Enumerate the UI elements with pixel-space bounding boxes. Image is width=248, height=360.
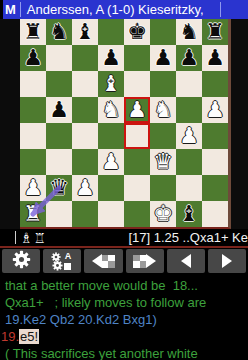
square-d8[interactable] <box>98 19 124 45</box>
status-bar: ♗♖ [17] 1.25 ..Qxa1+ Ke <box>0 229 248 248</box>
square-g7[interactable]: ♟ <box>176 45 202 71</box>
notation-comment: ( This sacrifices yet another white <box>5 346 198 360</box>
square-g8[interactable]: ♞ <box>176 19 202 45</box>
piece-wp-a2: ♟ <box>23 175 43 201</box>
piece-wp-e5: ♟ <box>127 97 147 123</box>
square-a1[interactable]: ♜ <box>20 201 46 227</box>
square-h5[interactable]: ♟ <box>202 97 228 123</box>
arrow-left-board-icon <box>92 254 115 268</box>
captured-piece-glyph: ♖ <box>34 230 47 246</box>
square-a8[interactable]: ♜ <box>20 19 46 45</box>
board-left-gutter <box>0 19 20 229</box>
piece-bn-b8: ♞ <box>49 19 69 45</box>
analysis-square-glyph <box>64 263 71 270</box>
square-e2[interactable] <box>124 175 150 201</box>
square-c2[interactable]: ♟ <box>72 175 98 201</box>
square-h8[interactable]: ♜ <box>202 19 228 45</box>
piece-bq-b2: ♛ <box>49 175 69 201</box>
notation-area: that a better move would be 18...Qxa1+ ;… <box>0 274 248 360</box>
square-b8[interactable]: ♞ <box>46 19 72 45</box>
piece-wp-c2: ♟ <box>75 175 95 201</box>
square-d2[interactable] <box>98 175 124 201</box>
square-f5[interactable]: ♞ <box>150 97 176 123</box>
square-c7[interactable] <box>72 45 98 71</box>
square-b2[interactable]: ♛ <box>46 175 72 201</box>
piece-wp-d3: ♟ <box>101 149 121 175</box>
piece-wp-g4: ♟ <box>179 123 199 149</box>
board-arrow-right-icon <box>133 254 156 268</box>
titlebar-divider-right <box>220 2 221 17</box>
square-a2[interactable]: ♟ <box>20 175 46 201</box>
piece-bp-b5: ♟ <box>49 97 69 123</box>
square-g2[interactable] <box>176 175 202 201</box>
square-e5[interactable]: ♟ <box>124 97 150 123</box>
arrow-right-icon <box>222 254 232 268</box>
square-f2[interactable] <box>150 175 176 201</box>
square-e8[interactable]: ♚ <box>124 19 150 45</box>
notation-comment: Qxa1+ ; likely moves to follow are <box>5 295 206 310</box>
settings-button[interactable] <box>2 249 40 273</box>
square-g5[interactable] <box>176 97 202 123</box>
square-g3[interactable] <box>176 149 202 175</box>
notation-line: 19.e5! <box>0 328 248 345</box>
next-game-button[interactable] <box>126 249 164 273</box>
square-b7[interactable] <box>46 45 72 71</box>
chess-viewer-app: M Anderssen, A (1-0) Kieseritzky, ♜♞♝♚♞♜… <box>0 0 248 360</box>
square-e1[interactable] <box>124 201 150 227</box>
app-icon[interactable]: M <box>3 2 20 18</box>
board-section: ♜♞♝♚♞♜♟♟♟♟♟♝♟♞♟♞♟♟♟♛♟♛♟♜♚♝ <box>0 19 248 229</box>
board-grid: ♜♞♝♚♞♜♟♟♟♟♟♝♟♞♟♞♟♟♟♛♟♛♟♜♚♝ <box>20 19 228 227</box>
square-d1[interactable] <box>98 201 124 227</box>
square-f8[interactable] <box>150 19 176 45</box>
piece-br-a8: ♜ <box>23 19 43 45</box>
square-b5[interactable]: ♟ <box>46 97 72 123</box>
piece-wb-d6: ♝ <box>101 71 121 97</box>
square-g6[interactable] <box>176 71 202 97</box>
piece-wr-a1: ♜ <box>23 201 43 227</box>
piece-wp-h5: ♟ <box>205 97 225 123</box>
square-b4[interactable] <box>46 123 72 149</box>
square-d3[interactable]: ♟ <box>98 149 124 175</box>
game-title[interactable]: Anderssen, A (1-0) Kieseritzky, <box>21 2 204 18</box>
square-g4[interactable]: ♟ <box>176 123 202 149</box>
square-h1[interactable] <box>202 201 228 227</box>
engine-eval-line[interactable]: [17] 1.25 ..Qxa1+ Ke <box>128 230 248 246</box>
square-a4[interactable] <box>20 123 46 149</box>
piece-bp-f7: ♟ <box>153 45 173 71</box>
square-f1[interactable]: ♚ <box>150 201 176 227</box>
notation-variation[interactable]: 19.Ke2 Qb2 20.Kd2 Bxg1) <box>5 312 157 327</box>
square-f7[interactable]: ♟ <box>150 45 176 71</box>
title-bar: M Anderssen, A (1-0) Kieseritzky, <box>0 0 248 19</box>
engine-analysis-button[interactable]: A <box>43 249 81 273</box>
square-h6[interactable] <box>202 71 228 97</box>
square-g1[interactable]: ♝ <box>176 201 202 227</box>
captured-divider <box>15 231 16 244</box>
square-h3[interactable] <box>202 149 228 175</box>
piece-bp-h7: ♟ <box>205 45 225 71</box>
square-e7[interactable] <box>124 45 150 71</box>
notation-line: 19.Ke2 Qb2 20.Kd2 Bxg1) <box>0 311 248 328</box>
piece-bb-c8: ♝ <box>75 19 95 45</box>
piece-bb-g1: ♝ <box>179 201 199 227</box>
engine-analysis-icon: A <box>51 252 73 271</box>
piece-bn-g8: ♞ <box>179 19 199 45</box>
square-b3[interactable] <box>46 149 72 175</box>
piece-wk-f1: ♚ <box>153 201 173 227</box>
square-c8[interactable]: ♝ <box>72 19 98 45</box>
square-c3[interactable] <box>72 149 98 175</box>
captured-piece-glyph: ♗ <box>20 230 33 246</box>
square-c4[interactable] <box>72 123 98 149</box>
square-b6[interactable] <box>46 71 72 97</box>
piece-bp-d7: ♟ <box>101 45 121 71</box>
square-c6[interactable] <box>72 71 98 97</box>
square-a3[interactable] <box>20 149 46 175</box>
square-d6[interactable]: ♝ <box>98 71 124 97</box>
notation-comment: that a better move would be 18... <box>5 278 198 293</box>
piece-bp-a7: ♟ <box>23 45 43 71</box>
square-h7[interactable]: ♟ <box>202 45 228 71</box>
notation-line: Qxa1+ ; likely moves to follow are <box>0 294 248 311</box>
piece-wq-f3: ♛ <box>153 149 173 175</box>
previous-move-button[interactable] <box>167 249 205 273</box>
square-a6[interactable] <box>20 71 46 97</box>
piece-wn-f5: ♞ <box>153 97 173 123</box>
toolbar: A <box>0 248 248 274</box>
notation-current-move[interactable]: e5! <box>19 329 39 344</box>
square-f3[interactable]: ♛ <box>150 149 176 175</box>
arrow-left-icon <box>181 254 191 268</box>
notation-line: ( This sacrifices yet another white <box>0 345 248 360</box>
analysis-a-label: A <box>65 251 72 261</box>
square-e3[interactable] <box>124 149 150 175</box>
square-c1[interactable] <box>72 201 98 227</box>
piece-bp-g7: ♟ <box>179 45 199 71</box>
square-f6[interactable] <box>150 71 176 97</box>
gear-icon <box>12 250 31 273</box>
square-a7[interactable]: ♟ <box>20 45 46 71</box>
square-d4[interactable] <box>98 123 124 149</box>
next-move-button[interactable] <box>208 249 246 273</box>
square-c5[interactable] <box>72 97 98 123</box>
square-b1[interactable] <box>46 201 72 227</box>
notation-movenum[interactable]: 19. <box>1 329 19 344</box>
piece-bk-e8: ♚ <box>127 19 147 45</box>
square-h2[interactable] <box>202 175 228 201</box>
square-e4[interactable] <box>124 123 150 149</box>
captured-pieces: ♗♖ <box>20 229 47 247</box>
previous-game-button[interactable] <box>84 249 122 273</box>
notation-line: that a better move would be 18... <box>0 277 248 294</box>
square-d7[interactable]: ♟ <box>98 45 124 71</box>
square-d5[interactable]: ♞ <box>98 97 124 123</box>
board-frame: ♜♞♝♚♞♜♟♟♟♟♟♝♟♞♟♞♟♟♟♛♟♛♟♜♚♝ <box>20 19 231 229</box>
piece-wn-d5: ♞ <box>101 97 121 123</box>
square-e6[interactable] <box>124 71 150 97</box>
square-f4[interactable] <box>150 123 176 149</box>
square-a5[interactable] <box>20 97 46 123</box>
square-h4[interactable] <box>202 123 228 149</box>
piece-br-h8: ♜ <box>205 19 225 45</box>
